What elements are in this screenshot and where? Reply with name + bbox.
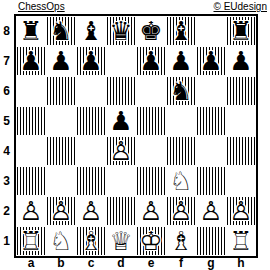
black-pawn-icon: ♟♟	[196, 46, 226, 76]
square-g3	[196, 166, 226, 196]
rank-label-8: 8	[0, 16, 13, 46]
black-pawn-icon: ♟♟	[16, 46, 46, 76]
rank-label-4: 4	[0, 136, 13, 166]
square-f1: ♝♗	[166, 226, 196, 256]
square-b5	[46, 106, 76, 136]
square-e5	[136, 106, 166, 136]
square-d1: ♛♕	[106, 226, 136, 256]
square-e2: ♟♙	[136, 196, 166, 226]
black-rook-icon: ♜♜	[16, 16, 46, 46]
square-f4	[166, 136, 196, 166]
file-label-c: c	[76, 257, 106, 270]
white-bishop-icon: ♝♗	[166, 226, 196, 256]
square-h5	[226, 106, 256, 136]
square-a2: ♟♙	[16, 196, 46, 226]
black-pawn-icon: ♟♟	[76, 46, 106, 76]
file-label-h: h	[226, 257, 256, 270]
white-rook-icon: ♜♖	[16, 226, 46, 256]
square-a5	[16, 106, 46, 136]
square-b1: ♞♘	[46, 226, 76, 256]
rank-label-5: 5	[0, 106, 13, 136]
square-f2: ♟♙	[166, 196, 196, 226]
square-c5	[76, 106, 106, 136]
black-king-icon: ♚♚	[136, 16, 166, 46]
square-f5	[166, 106, 196, 136]
square-e1: ♚♔	[136, 226, 166, 256]
black-knight-icon: ♞♞	[46, 16, 76, 46]
square-b4	[46, 136, 76, 166]
square-e6	[136, 76, 166, 106]
file-labels: abcdefgh	[16, 257, 256, 270]
square-h8: ♜♜	[226, 16, 256, 46]
rank-label-3: 3	[0, 166, 13, 196]
white-pawn-icon: ♟♙	[196, 196, 226, 226]
black-pawn-icon: ♟♟	[106, 106, 136, 136]
rank-label-7: 7	[0, 46, 13, 76]
square-g7: ♟♟	[196, 46, 226, 76]
square-g5	[196, 106, 226, 136]
square-d3	[106, 166, 136, 196]
square-h7: ♟♟	[226, 46, 256, 76]
white-king-icon: ♚♔	[136, 226, 166, 256]
square-d8: ♛♛	[106, 16, 136, 46]
black-pawn-icon: ♟♟	[46, 46, 76, 76]
square-g6	[196, 76, 226, 106]
square-a3	[16, 166, 46, 196]
white-pawn-icon: ♟♙	[226, 196, 256, 226]
rank-label-2: 2	[0, 196, 13, 226]
file-label-g: g	[196, 257, 226, 270]
square-c2: ♟♙	[76, 196, 106, 226]
chessops-link[interactable]: ChessOps	[18, 1, 65, 12]
black-rook-icon: ♜♜	[226, 16, 256, 46]
white-knight-icon: ♞♘	[166, 166, 196, 196]
black-knight-icon: ♞♞	[166, 76, 196, 106]
square-c8: ♝♝	[76, 16, 106, 46]
black-bishop-icon: ♝♝	[76, 16, 106, 46]
chess-board: ♜♜♞♞♝♝♛♛♚♚♝♝♜♜♟♟♟♟♟♟♟♟♟♟♟♟♟♟♞♞♟♟♟♙♞♘♟♙♟♙…	[14, 14, 258, 258]
square-d2	[106, 196, 136, 226]
square-h3	[226, 166, 256, 196]
rank-labels: 87654321	[0, 14, 13, 258]
white-pawn-icon: ♟♙	[166, 196, 196, 226]
rank-label-6: 6	[0, 76, 13, 106]
square-a7: ♟♟	[16, 46, 46, 76]
square-h2: ♟♙	[226, 196, 256, 226]
square-c3	[76, 166, 106, 196]
square-e4	[136, 136, 166, 166]
square-e7: ♟♟	[136, 46, 166, 76]
rank-label-1: 1	[0, 226, 13, 256]
square-a8: ♜♜	[16, 16, 46, 46]
square-d6	[106, 76, 136, 106]
square-g8	[196, 16, 226, 46]
file-label-a: a	[16, 257, 46, 270]
square-c7: ♟♟	[76, 46, 106, 76]
white-queen-icon: ♛♕	[106, 226, 136, 256]
black-bishop-icon: ♝♝	[166, 16, 196, 46]
file-label-b: b	[46, 257, 76, 270]
square-b6	[46, 76, 76, 106]
square-d4: ♟♙	[106, 136, 136, 166]
square-c6	[76, 76, 106, 106]
black-queen-icon: ♛♛	[106, 16, 136, 46]
square-b7: ♟♟	[46, 46, 76, 76]
eudesign-credit-link[interactable]: © EUdesign	[213, 1, 267, 12]
square-a4	[16, 136, 46, 166]
square-c4	[76, 136, 106, 166]
square-f7: ♟♟	[166, 46, 196, 76]
white-pawn-icon: ♟♙	[136, 196, 166, 226]
white-pawn-icon: ♟♙	[16, 196, 46, 226]
white-knight-icon: ♞♘	[46, 226, 76, 256]
square-a6	[16, 76, 46, 106]
black-pawn-icon: ♟♟	[226, 46, 256, 76]
black-pawn-icon: ♟♟	[166, 46, 196, 76]
square-d5: ♟♟	[106, 106, 136, 136]
file-label-e: e	[136, 257, 166, 270]
square-b2: ♟♙	[46, 196, 76, 226]
square-f3: ♞♘	[166, 166, 196, 196]
square-g1	[196, 226, 226, 256]
white-rook-icon: ♜♖	[226, 226, 256, 256]
square-a1: ♜♖	[16, 226, 46, 256]
square-h6	[226, 76, 256, 106]
white-pawn-icon: ♟♙	[46, 196, 76, 226]
square-h1: ♜♖	[226, 226, 256, 256]
square-c1: ♝♗	[76, 226, 106, 256]
black-pawn-icon: ♟♟	[136, 46, 166, 76]
square-b3	[46, 166, 76, 196]
file-label-f: f	[166, 257, 196, 270]
white-pawn-icon: ♟♙	[76, 196, 106, 226]
square-h4	[226, 136, 256, 166]
white-bishop-icon: ♝♗	[76, 226, 106, 256]
square-b8: ♞♞	[46, 16, 76, 46]
square-e8: ♚♚	[136, 16, 166, 46]
square-f6: ♞♞	[166, 76, 196, 106]
square-g4	[196, 136, 226, 166]
file-label-d: d	[106, 257, 136, 270]
square-d7	[106, 46, 136, 76]
white-pawn-icon: ♟♙	[106, 136, 136, 166]
square-e3	[136, 166, 166, 196]
header: ChessOps © EUdesign	[0, 0, 270, 14]
square-f8: ♝♝	[166, 16, 196, 46]
square-g2: ♟♙	[196, 196, 226, 226]
